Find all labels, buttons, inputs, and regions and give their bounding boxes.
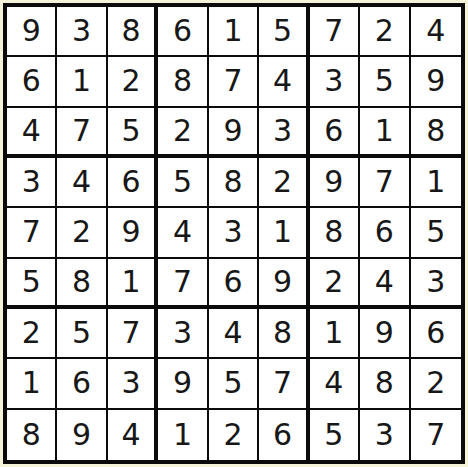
cell-r1c5[interactable]: 1 [209,7,259,57]
cell-r4c7[interactable]: 9 [310,158,360,208]
cell-r1c7[interactable]: 7 [310,7,360,57]
cell-r6c3[interactable]: 1 [108,259,158,309]
cell-r2c9[interactable]: 9 [411,57,461,107]
cell-r1c1[interactable]: 9 [7,7,57,57]
cell-r3c4[interactable]: 2 [158,108,208,158]
cell-r8c4[interactable]: 9 [158,359,208,409]
cell-r5c4[interactable]: 4 [158,208,208,258]
cell-r3c1[interactable]: 4 [7,108,57,158]
cell-r5c9[interactable]: 5 [411,208,461,258]
cell-r8c5[interactable]: 5 [209,359,259,409]
cell-r7c5[interactable]: 4 [209,309,259,359]
cell-r7c9[interactable]: 6 [411,309,461,359]
cell-r9c8[interactable]: 3 [360,410,410,460]
cell-r7c2[interactable]: 5 [57,309,107,359]
cell-r6c4[interactable]: 7 [158,259,208,309]
cell-r6c7[interactable]: 2 [310,259,360,309]
cell-r8c8[interactable]: 8 [360,359,410,409]
sudoku-frame: 9386157246128743594752936183465829717294… [0,0,468,467]
cell-r9c5[interactable]: 2 [209,410,259,460]
cell-r6c6[interactable]: 9 [259,259,309,309]
cell-r8c2[interactable]: 6 [57,359,107,409]
cell-r9c9[interactable]: 7 [411,410,461,460]
cell-r7c3[interactable]: 7 [108,309,158,359]
cell-r4c8[interactable]: 7 [360,158,410,208]
cell-r3c7[interactable]: 6 [310,108,360,158]
cell-r2c5[interactable]: 7 [209,57,259,107]
cell-r3c9[interactable]: 8 [411,108,461,158]
cell-r4c2[interactable]: 4 [57,158,107,208]
cell-r9c7[interactable]: 5 [310,410,360,460]
cell-r8c7[interactable]: 4 [310,359,360,409]
cell-r2c6[interactable]: 4 [259,57,309,107]
cell-r2c1[interactable]: 6 [7,57,57,107]
cell-r2c4[interactable]: 8 [158,57,208,107]
cell-r6c5[interactable]: 6 [209,259,259,309]
cell-r4c4[interactable]: 5 [158,158,208,208]
cell-r5c8[interactable]: 6 [360,208,410,258]
cell-r9c2[interactable]: 9 [57,410,107,460]
cell-r7c8[interactable]: 9 [360,309,410,359]
cell-r1c8[interactable]: 2 [360,7,410,57]
cell-r7c7[interactable]: 1 [310,309,360,359]
sudoku-board: 9386157246128743594752936183465829717294… [3,3,465,464]
cell-r5c1[interactable]: 7 [7,208,57,258]
cell-r4c3[interactable]: 6 [108,158,158,208]
cell-r6c8[interactable]: 4 [360,259,410,309]
cell-r1c9[interactable]: 4 [411,7,461,57]
cell-r5c2[interactable]: 2 [57,208,107,258]
cell-r6c9[interactable]: 3 [411,259,461,309]
cell-r5c5[interactable]: 3 [209,208,259,258]
cell-r7c4[interactable]: 3 [158,309,208,359]
cell-r1c4[interactable]: 6 [158,7,208,57]
cell-r4c9[interactable]: 1 [411,158,461,208]
cell-r8c3[interactable]: 3 [108,359,158,409]
cell-r9c1[interactable]: 8 [7,410,57,460]
cell-r4c6[interactable]: 2 [259,158,309,208]
cell-r8c1[interactable]: 1 [7,359,57,409]
cell-r3c6[interactable]: 3 [259,108,309,158]
cell-r8c6[interactable]: 7 [259,359,309,409]
cell-r9c3[interactable]: 4 [108,410,158,460]
cell-r5c6[interactable]: 1 [259,208,309,258]
cell-r3c5[interactable]: 9 [209,108,259,158]
cell-r6c1[interactable]: 5 [7,259,57,309]
cell-r1c6[interactable]: 5 [259,7,309,57]
cell-r2c2[interactable]: 1 [57,57,107,107]
cell-r4c1[interactable]: 3 [7,158,57,208]
cell-r3c2[interactable]: 7 [57,108,107,158]
cell-r9c6[interactable]: 6 [259,410,309,460]
cell-r7c1[interactable]: 2 [7,309,57,359]
cell-r2c3[interactable]: 2 [108,57,158,107]
cell-r7c6[interactable]: 8 [259,309,309,359]
cell-r3c3[interactable]: 5 [108,108,158,158]
cell-r1c2[interactable]: 3 [57,7,107,57]
cell-r9c4[interactable]: 1 [158,410,208,460]
cell-r1c3[interactable]: 8 [108,7,158,57]
cell-r6c2[interactable]: 8 [57,259,107,309]
cell-r5c7[interactable]: 8 [310,208,360,258]
cell-r8c9[interactable]: 2 [411,359,461,409]
cell-r5c3[interactable]: 9 [108,208,158,258]
cell-r4c5[interactable]: 8 [209,158,259,208]
cell-r2c7[interactable]: 3 [310,57,360,107]
cell-r3c8[interactable]: 1 [360,108,410,158]
cell-r2c8[interactable]: 5 [360,57,410,107]
